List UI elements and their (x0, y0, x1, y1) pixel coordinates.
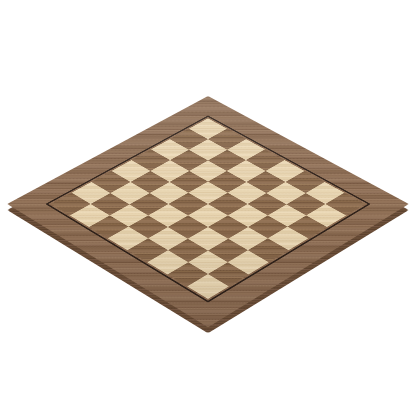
product-photo-background (0, 0, 416, 416)
chess-board (7, 96, 409, 327)
chessboard-squares (51, 118, 365, 299)
pinstripe-inlay-border (45, 115, 370, 302)
